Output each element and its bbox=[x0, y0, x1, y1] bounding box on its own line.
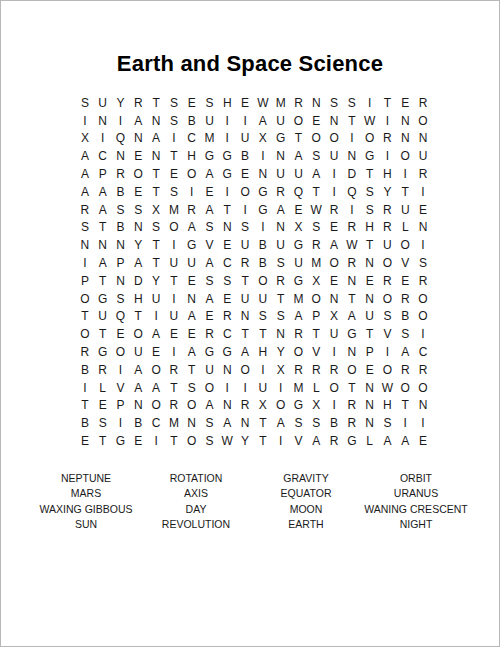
grid-cell: U bbox=[201, 112, 219, 130]
grid-cell: N bbox=[147, 147, 165, 165]
grid-cell: U bbox=[236, 290, 254, 308]
grid-cell: O bbox=[129, 165, 147, 183]
grid-cell: V bbox=[112, 379, 130, 397]
grid-cell: G bbox=[218, 165, 236, 183]
grid-cell: D bbox=[343, 165, 361, 183]
grid-cell: I bbox=[343, 130, 361, 148]
grid-cell: A bbox=[183, 219, 201, 237]
grid-cell: A bbox=[396, 432, 414, 450]
grid-cell: S bbox=[361, 201, 379, 219]
grid-cell: N bbox=[218, 397, 236, 415]
grid-cell: G bbox=[94, 343, 112, 361]
grid-cell: S bbox=[201, 219, 219, 237]
grid-cell: A bbox=[325, 236, 343, 254]
grid-cell: R bbox=[379, 219, 397, 237]
grid-cell: I bbox=[218, 183, 236, 201]
grid-cell: X bbox=[272, 361, 290, 379]
grid-cell: T bbox=[76, 308, 94, 326]
grid-cell: T bbox=[379, 94, 397, 112]
grid-cell: H bbox=[218, 94, 236, 112]
grid-cell: I bbox=[325, 397, 343, 415]
grid-cell: U bbox=[94, 308, 112, 326]
grid-cell: H bbox=[183, 147, 201, 165]
grid-cell: S bbox=[201, 272, 219, 290]
grid-cell: V bbox=[201, 236, 219, 254]
grid-cell: O bbox=[183, 165, 201, 183]
grid-cell: A bbox=[129, 254, 147, 272]
grid-cell: G bbox=[290, 272, 308, 290]
grid-cell: Y bbox=[129, 236, 147, 254]
grid-cell: O bbox=[183, 397, 201, 415]
grid-cell: T bbox=[307, 183, 325, 201]
grid-cell: Y bbox=[147, 272, 165, 290]
grid-cell: O bbox=[396, 236, 414, 254]
word-item: URANUS bbox=[361, 486, 471, 501]
grid-cell: T bbox=[94, 325, 112, 343]
grid-cell: N bbox=[343, 343, 361, 361]
grid-cell: O bbox=[147, 361, 165, 379]
grid-cell: G bbox=[343, 325, 361, 343]
grid-cell: S bbox=[254, 308, 272, 326]
grid-cell: O bbox=[183, 432, 201, 450]
grid-cell: E bbox=[307, 112, 325, 130]
word-item: ORBIT bbox=[361, 471, 471, 486]
grid-cell: T bbox=[218, 201, 236, 219]
grid-cell: I bbox=[165, 130, 183, 148]
grid-cell: T bbox=[147, 183, 165, 201]
grid-cell: I bbox=[254, 219, 272, 237]
grid-cell: X bbox=[254, 130, 272, 148]
grid-cell: M bbox=[290, 379, 308, 397]
word-item: GRAVITY bbox=[251, 471, 361, 486]
grid-cell: E bbox=[165, 165, 183, 183]
grid-cell: R bbox=[94, 361, 112, 379]
grid-cell: U bbox=[325, 325, 343, 343]
grid-cell: T bbox=[361, 165, 379, 183]
grid-cell: X bbox=[307, 397, 325, 415]
grid-cell: O bbox=[236, 361, 254, 379]
grid-cell: Y bbox=[379, 183, 397, 201]
grid-cell: G bbox=[94, 290, 112, 308]
grid-cell: I bbox=[112, 414, 130, 432]
grid-cell: T bbox=[147, 254, 165, 272]
grid-cell: E bbox=[94, 397, 112, 415]
grid-cell: O bbox=[254, 272, 272, 290]
grid-cell: X bbox=[290, 219, 308, 237]
grid-cell: E bbox=[236, 165, 254, 183]
grid-cell: A bbox=[307, 432, 325, 450]
grid-cell: S bbox=[218, 272, 236, 290]
grid-cell: U bbox=[361, 308, 379, 326]
word-item: DAY bbox=[141, 502, 251, 517]
grid-cell: T bbox=[147, 94, 165, 112]
word-item: NEPTUNE bbox=[31, 471, 141, 486]
grid-cell: N bbox=[396, 130, 414, 148]
grid-cell: E bbox=[414, 432, 432, 450]
grid-cell: V bbox=[396, 254, 414, 272]
grid-cell: T bbox=[165, 432, 183, 450]
grid-cell: E bbox=[147, 343, 165, 361]
grid-cell: R bbox=[379, 130, 397, 148]
grid-cell: O bbox=[325, 254, 343, 272]
grid-cell: I bbox=[147, 432, 165, 450]
grid-cell: O bbox=[272, 397, 290, 415]
grid-cell: S bbox=[201, 94, 219, 112]
grid-cell: R bbox=[379, 272, 397, 290]
grid-cell: G bbox=[361, 147, 379, 165]
grid-cell: O bbox=[147, 397, 165, 415]
grid-cell: A bbox=[201, 290, 219, 308]
grid-cell: R bbox=[290, 94, 308, 112]
grid-cell: N bbox=[218, 361, 236, 379]
grid-cell: I bbox=[112, 361, 130, 379]
word-item: AXIS bbox=[141, 486, 251, 501]
grid-cell: R bbox=[414, 94, 432, 112]
grid-cell: U bbox=[165, 254, 183, 272]
grid-cell: B bbox=[325, 414, 343, 432]
word-item: WANING CRESCENT bbox=[361, 502, 471, 517]
grid-cell: S bbox=[307, 219, 325, 237]
grid-cell: O bbox=[307, 290, 325, 308]
grid-cell: I bbox=[254, 147, 272, 165]
grid-cell: L bbox=[396, 219, 414, 237]
grid-cell: A bbox=[94, 201, 112, 219]
grid-cell: O bbox=[361, 130, 379, 148]
grid-cell: S bbox=[307, 414, 325, 432]
grid-cell: A bbox=[183, 343, 201, 361]
grid-cell: M bbox=[165, 414, 183, 432]
grid-cell: I bbox=[325, 343, 343, 361]
grid-cell: C bbox=[94, 147, 112, 165]
grid-cell: B bbox=[112, 183, 130, 201]
grid-cell: A bbox=[201, 165, 219, 183]
grid-cell: A bbox=[201, 254, 219, 272]
grid-cell: O bbox=[76, 325, 94, 343]
grid-cell: R bbox=[290, 361, 308, 379]
grid-cell: S bbox=[165, 112, 183, 130]
grid-cell: A bbox=[129, 379, 147, 397]
grid-cell: N bbox=[396, 112, 414, 130]
word-item: MOON bbox=[251, 502, 361, 517]
grid-cell: O bbox=[165, 219, 183, 237]
grid-cell: A bbox=[129, 361, 147, 379]
grid-cell: O bbox=[236, 183, 254, 201]
grid-cell: I bbox=[254, 361, 272, 379]
grid-cell: O bbox=[325, 379, 343, 397]
grid-cell: E bbox=[361, 272, 379, 290]
grid-cell: T bbox=[361, 236, 379, 254]
grid-cell: E bbox=[325, 272, 343, 290]
grid-cell: N bbox=[254, 165, 272, 183]
grid-cell: T bbox=[94, 219, 112, 237]
grid-cell: G bbox=[343, 432, 361, 450]
grid-cell: N bbox=[414, 397, 432, 415]
grid-cell: E bbox=[165, 325, 183, 343]
grid-cell: I bbox=[165, 236, 183, 254]
grid-cell: R bbox=[76, 201, 94, 219]
grid-cell: N bbox=[361, 254, 379, 272]
grid-cell: T bbox=[236, 272, 254, 290]
grid-cell: H bbox=[254, 343, 272, 361]
grid-cell: N bbox=[147, 112, 165, 130]
grid-cell: Q bbox=[112, 308, 130, 326]
grid-cell: N bbox=[361, 290, 379, 308]
grid-cell: S bbox=[147, 219, 165, 237]
grid-cell: N bbox=[272, 325, 290, 343]
grid-cell: H bbox=[379, 397, 397, 415]
grid-cell: I bbox=[76, 112, 94, 130]
grid-cell: N bbox=[129, 130, 147, 148]
grid-cell: A bbox=[236, 343, 254, 361]
grid-cell: G bbox=[290, 236, 308, 254]
grid-cell: S bbox=[129, 201, 147, 219]
grid-cell: R bbox=[307, 236, 325, 254]
grid-cell: A bbox=[94, 254, 112, 272]
grid-cell: S bbox=[396, 325, 414, 343]
grid-cell: U bbox=[201, 361, 219, 379]
grid-cell: N bbox=[361, 397, 379, 415]
grid-cell: R bbox=[183, 201, 201, 219]
puzzle-title: Earth and Space Science bbox=[1, 51, 499, 77]
grid-cell: O bbox=[112, 343, 130, 361]
grid-cell: A bbox=[379, 432, 397, 450]
word-item: REVOLUTION bbox=[141, 517, 251, 532]
grid-cell: V bbox=[379, 325, 397, 343]
grid-cell: N bbox=[307, 94, 325, 112]
grid-cell: U bbox=[379, 236, 397, 254]
grid-cell: S bbox=[112, 201, 130, 219]
grid-cell: U bbox=[165, 308, 183, 326]
grid-cell: T bbox=[94, 272, 112, 290]
grid-cell: S bbox=[112, 290, 130, 308]
grid-cell: C bbox=[147, 414, 165, 432]
grid-cell: G bbox=[183, 236, 201, 254]
grid-cell: T bbox=[290, 130, 308, 148]
word-item: EQUATOR bbox=[251, 486, 361, 501]
grid-cell: S bbox=[201, 414, 219, 432]
grid-cell: G bbox=[201, 147, 219, 165]
grid-cell: I bbox=[396, 165, 414, 183]
grid-cell: I bbox=[325, 165, 343, 183]
grid-cell: C bbox=[414, 343, 432, 361]
grid-cell: T bbox=[147, 236, 165, 254]
grid-cell: E bbox=[325, 219, 343, 237]
grid-cell: U bbox=[272, 112, 290, 130]
grid-cell: T bbox=[396, 183, 414, 201]
grid-cell: E bbox=[396, 94, 414, 112]
grid-cell: B bbox=[112, 219, 130, 237]
grid-cell: X bbox=[147, 201, 165, 219]
grid-cell: O bbox=[290, 112, 308, 130]
grid-cell: O bbox=[307, 130, 325, 148]
grid-cell: A bbox=[218, 414, 236, 432]
grid-cell: O bbox=[290, 343, 308, 361]
grid-cell: Y bbox=[236, 432, 254, 450]
grid-cell: I bbox=[76, 254, 94, 272]
grid-cell: A bbox=[183, 308, 201, 326]
grid-cell: M bbox=[290, 290, 308, 308]
grid-cell: C bbox=[183, 130, 201, 148]
grid-cell: P bbox=[361, 343, 379, 361]
grid-cell: N bbox=[272, 219, 290, 237]
grid-cell: B bbox=[254, 254, 272, 272]
grid-cell: T bbox=[254, 325, 272, 343]
grid-cell: U bbox=[396, 201, 414, 219]
grid-cell: N bbox=[361, 379, 379, 397]
word-item: NIGHT bbox=[361, 517, 471, 532]
grid-cell: B bbox=[254, 236, 272, 254]
grid-cell: N bbox=[325, 290, 343, 308]
grid-cell: I bbox=[94, 130, 112, 148]
grid-cell: S bbox=[343, 94, 361, 112]
grid-cell: R bbox=[414, 361, 432, 379]
grid-cell: I bbox=[414, 325, 432, 343]
grid-cell: R bbox=[396, 290, 414, 308]
grid-cell: G bbox=[218, 147, 236, 165]
grid-cell: G bbox=[254, 201, 272, 219]
grid-cell: R bbox=[165, 397, 183, 415]
grid-cell: A bbox=[272, 414, 290, 432]
grid-cell: S bbox=[272, 254, 290, 272]
grid-cell: A bbox=[76, 183, 94, 201]
grid-cell: N bbox=[236, 414, 254, 432]
word-item: WAXING GIBBOUS bbox=[31, 502, 141, 517]
grid-cell: I bbox=[165, 290, 183, 308]
grid-cell: U bbox=[129, 343, 147, 361]
grid-cell: R bbox=[272, 272, 290, 290]
grid-cell: I bbox=[218, 112, 236, 130]
grid-cell: N bbox=[325, 112, 343, 130]
grid-cell: P bbox=[94, 165, 112, 183]
grid-cell: M bbox=[307, 254, 325, 272]
grid-cell: V bbox=[307, 343, 325, 361]
grid-cell: P bbox=[307, 308, 325, 326]
grid-cell: E bbox=[112, 325, 130, 343]
grid-cell: A bbox=[254, 112, 272, 130]
grid-cell: T bbox=[272, 290, 290, 308]
grid-cell: B bbox=[396, 308, 414, 326]
grid-cell: O bbox=[396, 379, 414, 397]
grid-cell: I bbox=[361, 94, 379, 112]
grid-cell: R bbox=[272, 183, 290, 201]
grid-cell: A bbox=[201, 201, 219, 219]
grid-cell: M bbox=[165, 201, 183, 219]
word-search-page: Earth and Space Science SUYRTSESHEWMRNSS… bbox=[0, 0, 500, 647]
grid-cell: W bbox=[254, 94, 272, 112]
grid-cell: R bbox=[396, 361, 414, 379]
grid-cell: U bbox=[290, 254, 308, 272]
grid-cell: W bbox=[343, 236, 361, 254]
grid-cell: E bbox=[76, 432, 94, 450]
grid-cell: A bbox=[290, 308, 308, 326]
grid-cell: A bbox=[147, 379, 165, 397]
grid-cell: O bbox=[379, 361, 397, 379]
grid-cell: T bbox=[147, 165, 165, 183]
grid-cell: N bbox=[272, 147, 290, 165]
grid-cell: A bbox=[396, 343, 414, 361]
grid-cell: Y bbox=[272, 343, 290, 361]
grid-cell: R bbox=[325, 432, 343, 450]
grid-cell: X bbox=[76, 130, 94, 148]
grid-cell: A bbox=[94, 183, 112, 201]
grid-cell: O bbox=[414, 308, 432, 326]
grid-cell: U bbox=[183, 254, 201, 272]
grid-cell: N bbox=[414, 219, 432, 237]
grid-cell: A bbox=[129, 112, 147, 130]
grid-cell: B bbox=[129, 414, 147, 432]
grid-cell: X bbox=[254, 397, 272, 415]
grid-cell: R bbox=[414, 165, 432, 183]
grid-cell: I bbox=[76, 379, 94, 397]
grid-cell: D bbox=[129, 272, 147, 290]
grid-cell: S bbox=[76, 94, 94, 112]
grid-cell: A bbox=[343, 308, 361, 326]
grid-cell: H bbox=[379, 165, 397, 183]
grid-cell: N bbox=[94, 236, 112, 254]
grid-cell: I bbox=[343, 201, 361, 219]
grid-cell: I bbox=[272, 379, 290, 397]
grid-cell: C bbox=[218, 254, 236, 272]
grid-cell: T bbox=[254, 432, 272, 450]
grid-cell: R bbox=[379, 201, 397, 219]
grid-cell: T bbox=[343, 379, 361, 397]
grid-cell: N bbox=[218, 219, 236, 237]
word-item: SUN bbox=[31, 517, 141, 532]
grid-cell: I bbox=[414, 236, 432, 254]
grid-cell: E bbox=[290, 201, 308, 219]
grid-cell: Y bbox=[112, 94, 130, 112]
grid-cell: N bbox=[112, 272, 130, 290]
word-item: ROTATION bbox=[141, 471, 251, 486]
grid-cell: E bbox=[183, 325, 201, 343]
grid-cell: E bbox=[236, 94, 254, 112]
grid-cell: I bbox=[236, 379, 254, 397]
grid-cell: O bbox=[396, 147, 414, 165]
grid-cell: G bbox=[272, 130, 290, 148]
grid-cell: I bbox=[165, 343, 183, 361]
grid-cell: R bbox=[236, 254, 254, 272]
grid-cell: N bbox=[343, 272, 361, 290]
grid-cell: E bbox=[129, 147, 147, 165]
grid-cell: S bbox=[165, 183, 183, 201]
grid-cell: R bbox=[343, 397, 361, 415]
grid-cell: U bbox=[236, 236, 254, 254]
grid-cell: G bbox=[112, 432, 130, 450]
grid-cell: W bbox=[379, 379, 397, 397]
grid-cell: U bbox=[272, 165, 290, 183]
grid-cell: I bbox=[379, 343, 397, 361]
grid-cell: G bbox=[201, 343, 219, 361]
grid-cell: I bbox=[379, 147, 397, 165]
grid-cell: I bbox=[396, 414, 414, 432]
grid-cell: E bbox=[129, 183, 147, 201]
grid-cell: U bbox=[254, 290, 272, 308]
grid-cell: S bbox=[201, 432, 219, 450]
grid-cell: P bbox=[112, 397, 130, 415]
grid-cell: R bbox=[129, 94, 147, 112]
grid-cell: E bbox=[361, 361, 379, 379]
grid-cell: Q bbox=[112, 130, 130, 148]
grid-cell: O bbox=[414, 112, 432, 130]
grid-cell: S bbox=[379, 308, 397, 326]
grid-cell: R bbox=[343, 254, 361, 272]
grid-cell: N bbox=[129, 219, 147, 237]
grid-cell: R bbox=[325, 361, 343, 379]
grid-cell: T bbox=[307, 325, 325, 343]
grid-cell: H bbox=[129, 290, 147, 308]
grid-cell: S bbox=[307, 147, 325, 165]
grid-cell: R bbox=[414, 272, 432, 290]
